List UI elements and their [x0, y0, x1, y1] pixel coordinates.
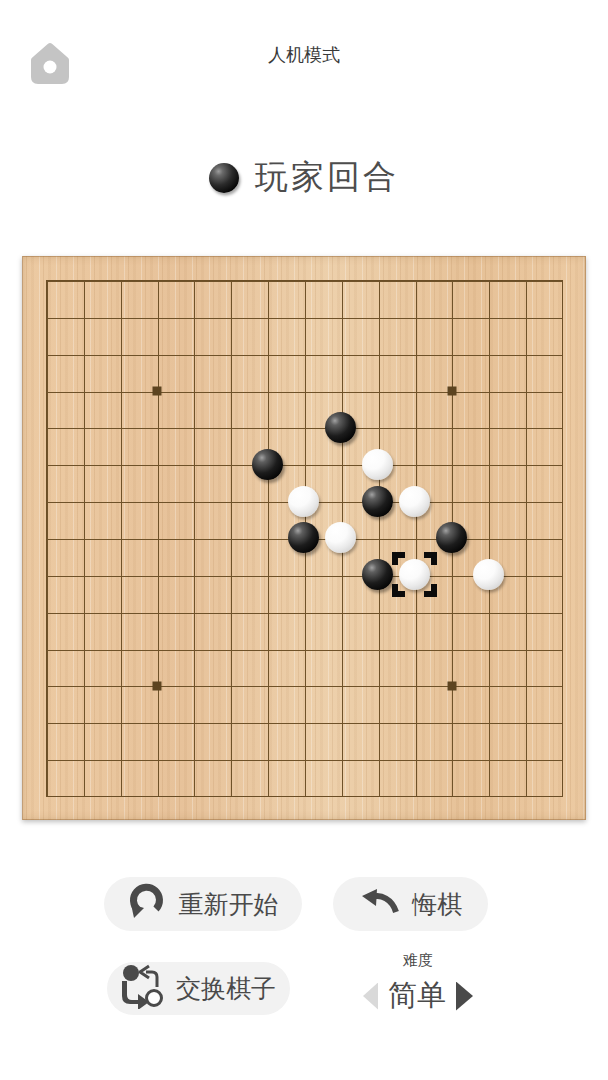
turn-status: 玩家回合 — [0, 155, 608, 200]
undo-label: 悔棋 — [412, 888, 462, 921]
turn-text: 玩家回合 — [255, 155, 399, 200]
white-stone — [288, 486, 319, 517]
swap-pieces-icon — [121, 963, 163, 1015]
undo-arrow-icon — [359, 886, 399, 922]
restart-button[interactable]: 重新开始 — [104, 877, 302, 931]
chevron-right-icon — [456, 982, 473, 1011]
difficulty-label: 难度 — [403, 951, 433, 970]
restart-icon — [128, 882, 166, 926]
restart-label: 重新开始 — [179, 888, 279, 921]
white-stone — [362, 449, 393, 480]
swap-label: 交换棋子 — [176, 972, 276, 1005]
difficulty-prev-button[interactable] — [363, 983, 378, 1010]
page-title: 人机模式 — [0, 43, 608, 67]
black-stone — [288, 522, 319, 553]
last-move-marker — [392, 552, 437, 597]
difficulty-next-button[interactable] — [456, 982, 473, 1011]
difficulty-value: 简单 — [388, 976, 446, 1016]
player-stone-icon — [209, 163, 239, 193]
black-stone — [362, 559, 393, 590]
difficulty-selector: 难度 简单 — [355, 951, 481, 1016]
undo-button[interactable]: 悔棋 — [333, 877, 488, 931]
stones-grid — [28, 262, 581, 815]
swap-pieces-button[interactable]: 交换棋子 — [107, 962, 290, 1015]
chevron-left-icon — [363, 983, 378, 1010]
black-stone — [325, 412, 356, 443]
black-stone — [436, 522, 467, 553]
black-stone — [362, 486, 393, 517]
white-stone — [399, 486, 430, 517]
black-stone — [252, 449, 283, 480]
white-stone — [473, 559, 504, 590]
white-stone — [325, 522, 356, 553]
gomoku-board[interactable] — [22, 256, 586, 820]
